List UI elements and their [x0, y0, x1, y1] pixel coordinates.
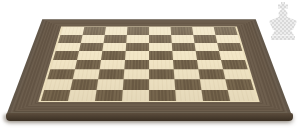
square-h8	[214, 27, 238, 35]
square-h6	[217, 43, 242, 51]
square-h5	[219, 51, 245, 60]
square-g4	[197, 60, 223, 69]
board-playing-field	[38, 27, 259, 103]
chess-board	[7, 19, 292, 114]
square-a1	[41, 90, 71, 101]
chess-king-watermark-icon	[268, 2, 298, 41]
square-c7	[104, 35, 127, 43]
square-c2	[97, 79, 124, 90]
square-d3	[124, 69, 149, 79]
square-b6	[79, 43, 104, 51]
square-e2	[149, 79, 175, 90]
square-d1	[122, 90, 149, 101]
square-f2	[174, 79, 201, 90]
square-f8	[171, 27, 194, 35]
square-g2	[200, 79, 228, 90]
square-b5	[77, 51, 102, 60]
board-front-edge	[6, 113, 293, 121]
square-c1	[95, 90, 123, 101]
square-f7	[171, 35, 194, 43]
square-d6	[126, 43, 149, 51]
square-b1	[68, 90, 97, 101]
square-a5	[53, 51, 79, 60]
board-frame-top	[40, 19, 259, 26]
square-d5	[125, 51, 149, 60]
square-a2	[44, 79, 73, 90]
square-f4	[173, 60, 198, 69]
square-e3	[149, 69, 174, 79]
square-g1	[201, 90, 230, 101]
square-b3	[73, 69, 100, 79]
square-g7	[193, 35, 217, 43]
square-g6	[194, 43, 219, 51]
square-h2	[225, 79, 254, 90]
square-h4	[221, 60, 248, 69]
square-b4	[75, 60, 101, 69]
square-a8	[60, 27, 84, 35]
square-b7	[81, 35, 105, 43]
square-c3	[98, 69, 124, 79]
square-f6	[172, 43, 196, 51]
square-f1	[175, 90, 203, 101]
square-a6	[56, 43, 81, 51]
square-e5	[149, 51, 173, 60]
square-a3	[47, 69, 75, 79]
square-e8	[149, 27, 171, 35]
square-c4	[100, 60, 125, 69]
square-c8	[105, 27, 128, 35]
square-e7	[149, 35, 172, 43]
square-g5	[196, 51, 221, 60]
square-e1	[149, 90, 176, 101]
square-a4	[50, 60, 77, 69]
square-d7	[126, 35, 149, 43]
square-d2	[123, 79, 149, 90]
square-h1	[228, 90, 258, 101]
square-b8	[83, 27, 106, 35]
square-g3	[198, 69, 225, 79]
square-f5	[172, 51, 197, 60]
square-a7	[58, 35, 82, 43]
square-c6	[102, 43, 126, 51]
product-photo-chess-board	[0, 0, 300, 135]
square-h7	[215, 35, 239, 43]
square-b2	[70, 79, 98, 90]
square-e4	[149, 60, 174, 69]
square-d4	[124, 60, 149, 69]
square-f3	[174, 69, 200, 79]
square-e6	[149, 43, 172, 51]
square-c5	[101, 51, 126, 60]
square-d8	[127, 27, 149, 35]
square-h3	[223, 69, 251, 79]
square-g8	[192, 27, 215, 35]
